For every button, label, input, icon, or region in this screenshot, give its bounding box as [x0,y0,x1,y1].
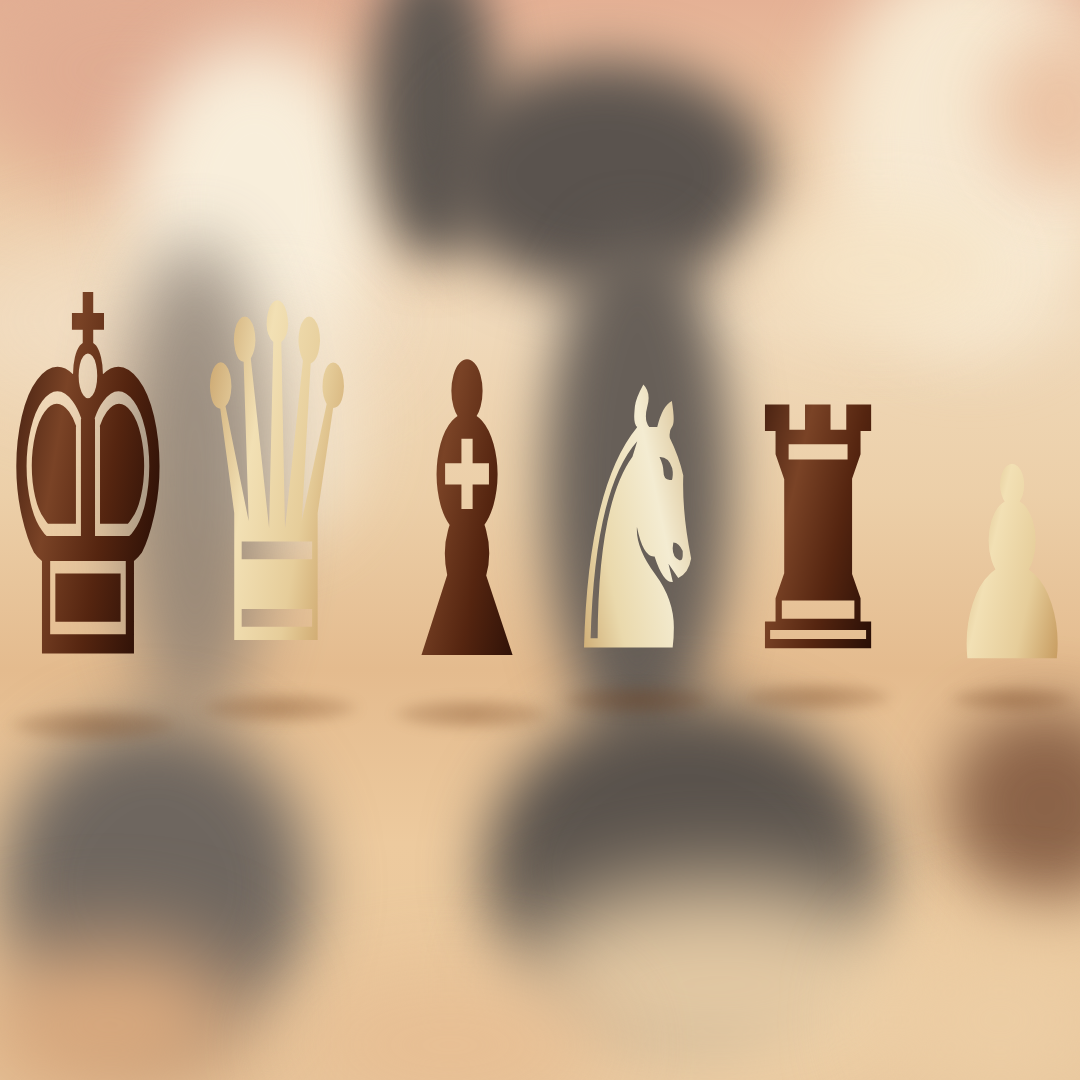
blurred-white-piece-right-band [755,205,1005,335]
chess-pieces-photo: ♚ ♛ ♝ ♞ ♜ ♟ [0,0,1080,1080]
blurred-brown-piece-right [945,705,1080,905]
light-queen-piece: ♛ [197,402,357,712]
queen-glyph: ♛ [188,247,366,712]
rook-glyph: ♜ [733,367,902,701]
light-knight-piece: ♞ [558,463,718,703]
dark-bishop-piece: ♝ [387,448,547,718]
light-pawn-piece: ♟ [932,510,1080,700]
knight-glyph: ♞ [554,343,722,703]
pawn-glyph: ♟ [944,434,1080,700]
king-glyph: ♚ [0,235,180,730]
bishop-glyph: ♝ [380,313,554,718]
dark-king-piece: ♚ [8,400,168,730]
dark-rook-piece: ♜ [738,470,898,700]
